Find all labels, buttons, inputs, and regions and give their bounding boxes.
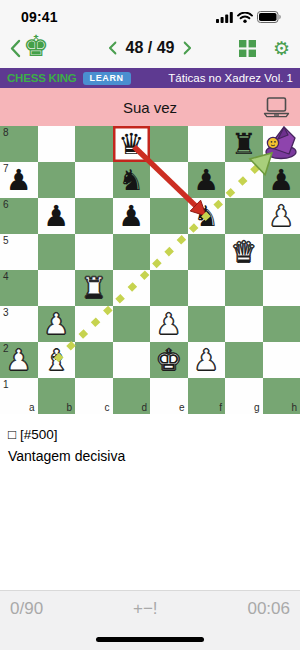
square-h6[interactable]: ♟ xyxy=(263,198,301,234)
square-g8[interactable]: ♜ xyxy=(225,126,263,162)
file-label-b: b xyxy=(66,402,72,413)
square-c5[interactable] xyxy=(75,234,113,270)
white-pawn[interactable]: ♟ xyxy=(38,306,76,342)
square-c6[interactable] xyxy=(75,198,113,234)
turn-bar: Sua vez xyxy=(0,88,300,126)
square-a2[interactable]: 2♟ xyxy=(0,342,38,378)
puzzle-info: □ [#500] Vantagem decisiva xyxy=(0,414,300,464)
white-pawn[interactable]: ♟ xyxy=(150,306,188,342)
square-d7[interactable]: ♞ xyxy=(113,162,151,198)
square-g2[interactable] xyxy=(225,342,263,378)
square-b4[interactable] xyxy=(38,270,76,306)
rank-label-3: 3 xyxy=(3,307,9,318)
square-d3[interactable] xyxy=(113,306,151,342)
file-label-e: e xyxy=(179,402,185,413)
status-bar: 09:41 xyxy=(0,0,300,28)
square-e1[interactable]: e xyxy=(150,378,188,414)
square-g3[interactable] xyxy=(225,306,263,342)
square-h8[interactable]: ♚ xyxy=(263,126,301,162)
course-title: Táticas no Xadrez Vol. 1 xyxy=(168,72,293,84)
white-king[interactable]: ♚ xyxy=(150,342,188,378)
battery-icon xyxy=(257,11,282,23)
black-pawn[interactable]: ♟ xyxy=(0,162,38,198)
white-queen[interactable]: ♛ xyxy=(225,234,263,270)
nav-bar: ♚ 48 / 49 ⚙ xyxy=(0,28,300,68)
white-rook[interactable]: ♜ xyxy=(75,270,113,306)
file-label-c: c xyxy=(105,402,110,413)
square-h1[interactable]: h xyxy=(263,378,301,414)
evaluation-label[interactable]: +−! xyxy=(133,599,158,650)
wifi-icon xyxy=(237,12,253,23)
square-c3[interactable] xyxy=(75,306,113,342)
square-g7[interactable] xyxy=(225,162,263,198)
rank-label-5: 5 xyxy=(3,235,9,246)
square-d8[interactable]: ♛ xyxy=(113,126,151,162)
white-pawn[interactable]: ♟ xyxy=(0,342,38,378)
file-label-g: g xyxy=(254,402,260,413)
square-f7[interactable]: ♟ xyxy=(188,162,226,198)
square-e5[interactable] xyxy=(150,234,188,270)
square-f2[interactable]: ♟ xyxy=(188,342,226,378)
square-h7[interactable]: ♟ xyxy=(263,162,301,198)
square-b3[interactable]: ♟ xyxy=(38,306,76,342)
square-a3[interactable]: 3 xyxy=(0,306,38,342)
square-a5[interactable]: 5 xyxy=(0,234,38,270)
black-pawn[interactable]: ♟ xyxy=(263,162,301,198)
black-rook[interactable]: ♜ xyxy=(225,126,263,162)
rank-label-1: 1 xyxy=(3,379,9,390)
square-d6[interactable]: ♟ xyxy=(113,198,151,234)
square-e3[interactable]: ♟ xyxy=(150,306,188,342)
rank-label-6: 6 xyxy=(3,199,9,210)
prev-puzzle-button[interactable] xyxy=(109,41,117,55)
square-b1[interactable]: b xyxy=(38,378,76,414)
black-knight[interactable]: ♞ xyxy=(113,162,151,198)
square-f4[interactable] xyxy=(188,270,226,306)
brand-name: CHESS KING xyxy=(7,72,77,84)
black-pawn[interactable]: ♟ xyxy=(188,162,226,198)
square-d2[interactable] xyxy=(113,342,151,378)
puzzle-counter: 48 / 49 xyxy=(126,39,175,57)
square-h3[interactable] xyxy=(263,306,301,342)
brand-bar: CHESS KING LEARN Táticas no Xadrez Vol. … xyxy=(0,68,300,88)
square-h5[interactable] xyxy=(263,234,301,270)
white-pawn[interactable]: ♟ xyxy=(188,342,226,378)
black-pawn[interactable]: ♟ xyxy=(113,198,151,234)
square-e7[interactable] xyxy=(150,162,188,198)
square-d5[interactable] xyxy=(113,234,151,270)
square-f1[interactable]: f xyxy=(188,378,226,414)
square-a6[interactable]: 6 xyxy=(0,198,38,234)
square-g4[interactable] xyxy=(225,270,263,306)
square-f5[interactable] xyxy=(188,234,226,270)
square-e6[interactable] xyxy=(150,198,188,234)
back-button[interactable] xyxy=(10,39,21,58)
puzzle-id-line: □ [#500] xyxy=(8,427,292,442)
square-b2[interactable]: ♝ xyxy=(38,342,76,378)
score-counter[interactable]: 0/90 xyxy=(10,599,43,650)
next-puzzle-button[interactable] xyxy=(183,41,191,55)
square-a7[interactable]: 7♟ xyxy=(0,162,38,198)
square-e2[interactable]: ♚ xyxy=(150,342,188,378)
square-f6[interactable]: ♞ xyxy=(188,198,226,234)
rank-label-8: 8 xyxy=(3,127,9,138)
timer: 00:06 xyxy=(247,599,290,650)
turn-label: Sua vez xyxy=(123,99,177,116)
square-a4[interactable]: 4 xyxy=(0,270,38,306)
file-label-f: f xyxy=(219,402,222,413)
chess-king-logo-icon[interactable]: ♚ xyxy=(23,32,49,61)
square-b8[interactable] xyxy=(38,126,76,162)
square-g5[interactable]: ♛ xyxy=(225,234,263,270)
file-label-a: a xyxy=(29,402,35,413)
square-a1[interactable]: 1a xyxy=(0,378,38,414)
side-to-move-indicator: □ xyxy=(8,427,16,442)
square-b5[interactable] xyxy=(38,234,76,270)
learn-badge: LEARN xyxy=(83,72,131,85)
black-queen[interactable]: ♛ xyxy=(113,126,151,162)
home-indicator[interactable] xyxy=(96,637,204,642)
square-g1[interactable]: g xyxy=(225,378,263,414)
square-e8[interactable] xyxy=(150,126,188,162)
puzzle-id: [#500] xyxy=(20,427,58,442)
square-a8[interactable]: 8 xyxy=(0,126,38,162)
square-c4[interactable]: ♜ xyxy=(75,270,113,306)
square-g6[interactable] xyxy=(225,198,263,234)
clock: 09:41 xyxy=(21,9,58,25)
square-h2[interactable] xyxy=(263,342,301,378)
rank-label-4: 4 xyxy=(3,271,9,282)
square-f3[interactable] xyxy=(188,306,226,342)
square-b7[interactable] xyxy=(38,162,76,198)
puzzle-caption: Vantagem decisiva xyxy=(8,448,292,464)
square-c8[interactable] xyxy=(75,126,113,162)
cellular-signal-icon xyxy=(216,12,233,23)
square-h4[interactable] xyxy=(263,270,301,306)
black-knight[interactable]: ♞ xyxy=(188,198,226,234)
square-b6[interactable]: ♟ xyxy=(38,198,76,234)
square-d1[interactable]: d xyxy=(113,378,151,414)
white-bishop[interactable]: ♝ xyxy=(38,342,76,378)
status-icons xyxy=(216,11,282,23)
square-c7[interactable] xyxy=(75,162,113,198)
square-c2[interactable] xyxy=(75,342,113,378)
gear-icon[interactable]: ⚙ xyxy=(273,39,290,58)
black-pawn[interactable]: ♟ xyxy=(38,198,76,234)
square-d4[interactable] xyxy=(113,270,151,306)
file-label-d: d xyxy=(141,402,147,413)
white-pawn[interactable]: ♟ xyxy=(263,198,301,234)
app-screen: 09:41 ♚ xyxy=(0,0,300,650)
black-king[interactable]: ♚ xyxy=(263,126,301,162)
grid-icon[interactable] xyxy=(239,40,256,57)
chess-board: 8♛♜♚7♟♞♟♟6♟♟♞♟5♛4♜3♟♟2♟♝♚♟1abcdefgh xyxy=(0,126,300,414)
file-label-h: h xyxy=(291,402,297,413)
square-e4[interactable] xyxy=(150,270,188,306)
laptop-icon[interactable] xyxy=(262,97,291,122)
square-f8[interactable] xyxy=(188,126,226,162)
square-c1[interactable]: c xyxy=(75,378,113,414)
